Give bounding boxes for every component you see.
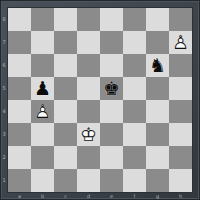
square-g2[interactable] bbox=[146, 146, 169, 169]
square-f8[interactable] bbox=[123, 8, 146, 31]
board-frame: ♟♙♞♟♚♟♙♚♔ 87654321 abcdefgh bbox=[0, 0, 200, 200]
square-c1[interactable] bbox=[54, 169, 77, 192]
rank-label-2: 2 bbox=[0, 146, 8, 169]
square-e5[interactable]: ♚ bbox=[100, 77, 123, 100]
rank-label-7: 7 bbox=[0, 31, 8, 54]
square-b6[interactable] bbox=[31, 54, 54, 77]
square-b8[interactable] bbox=[31, 8, 54, 31]
square-b4[interactable]: ♟♙ bbox=[31, 100, 54, 123]
square-c4[interactable] bbox=[54, 100, 77, 123]
white-pawn-outline-glyph: ♙ bbox=[31, 100, 54, 123]
file-label-h: h bbox=[169, 192, 192, 200]
square-f4[interactable] bbox=[123, 100, 146, 123]
square-h8[interactable] bbox=[169, 8, 192, 31]
square-d8[interactable] bbox=[77, 8, 100, 31]
square-h2[interactable] bbox=[169, 146, 192, 169]
black-king[interactable]: ♚ bbox=[100, 77, 123, 100]
square-d2[interactable] bbox=[77, 146, 100, 169]
square-g6[interactable]: ♞ bbox=[146, 54, 169, 77]
square-c6[interactable] bbox=[54, 54, 77, 77]
square-g7[interactable] bbox=[146, 31, 169, 54]
square-b3[interactable] bbox=[31, 123, 54, 146]
file-label-c: c bbox=[54, 192, 77, 200]
black-pawn[interactable]: ♟ bbox=[31, 77, 54, 100]
square-g3[interactable] bbox=[146, 123, 169, 146]
square-h7[interactable]: ♟♙ bbox=[169, 31, 192, 54]
square-c3[interactable] bbox=[54, 123, 77, 146]
square-e1[interactable] bbox=[100, 169, 123, 192]
square-a2[interactable] bbox=[8, 146, 31, 169]
square-a4[interactable] bbox=[8, 100, 31, 123]
square-f3[interactable] bbox=[123, 123, 146, 146]
square-a1[interactable] bbox=[8, 169, 31, 192]
square-h1[interactable] bbox=[169, 169, 192, 192]
rank-label-5: 5 bbox=[0, 77, 8, 100]
black-king-glyph: ♚ bbox=[100, 77, 123, 100]
square-f7[interactable] bbox=[123, 31, 146, 54]
square-c8[interactable] bbox=[54, 8, 77, 31]
white-king-outline-glyph: ♔ bbox=[77, 123, 100, 146]
square-a7[interactable] bbox=[8, 31, 31, 54]
square-a3[interactable] bbox=[8, 123, 31, 146]
square-d3[interactable]: ♚♔ bbox=[77, 123, 100, 146]
rank-label-3: 3 bbox=[0, 123, 8, 146]
square-e6[interactable] bbox=[100, 54, 123, 77]
square-a5[interactable] bbox=[8, 77, 31, 100]
square-f5[interactable] bbox=[123, 77, 146, 100]
file-label-a: a bbox=[8, 192, 31, 200]
file-label-b: b bbox=[31, 192, 54, 200]
file-label-g: g bbox=[146, 192, 169, 200]
white-pawn[interactable]: ♟♙ bbox=[31, 100, 54, 123]
white-pawn[interactable]: ♟♙ bbox=[169, 31, 192, 54]
rank-label-4: 4 bbox=[0, 100, 8, 123]
rank-label-1: 1 bbox=[0, 169, 8, 192]
square-a6[interactable] bbox=[8, 54, 31, 77]
square-h6[interactable] bbox=[169, 54, 192, 77]
file-label-e: e bbox=[100, 192, 123, 200]
square-d1[interactable] bbox=[77, 169, 100, 192]
file-label-f: f bbox=[123, 192, 146, 200]
square-e2[interactable] bbox=[100, 146, 123, 169]
square-g5[interactable] bbox=[146, 77, 169, 100]
square-b5[interactable]: ♟ bbox=[31, 77, 54, 100]
square-e4[interactable] bbox=[100, 100, 123, 123]
square-b1[interactable] bbox=[31, 169, 54, 192]
square-f2[interactable] bbox=[123, 146, 146, 169]
square-a8[interactable] bbox=[8, 8, 31, 31]
square-g1[interactable] bbox=[146, 169, 169, 192]
square-e8[interactable] bbox=[100, 8, 123, 31]
square-c7[interactable] bbox=[54, 31, 77, 54]
black-pawn-glyph: ♟ bbox=[31, 77, 54, 100]
file-label-d: d bbox=[77, 192, 100, 200]
square-h4[interactable] bbox=[169, 100, 192, 123]
square-g8[interactable] bbox=[146, 8, 169, 31]
square-h5[interactable] bbox=[169, 77, 192, 100]
square-h3[interactable] bbox=[169, 123, 192, 146]
square-d6[interactable] bbox=[77, 54, 100, 77]
square-e3[interactable] bbox=[100, 123, 123, 146]
square-c2[interactable] bbox=[54, 146, 77, 169]
square-b7[interactable] bbox=[31, 31, 54, 54]
square-d7[interactable] bbox=[77, 31, 100, 54]
chess-board: ♟♙♞♟♚♟♙♚♔ bbox=[8, 8, 192, 192]
rank-label-6: 6 bbox=[0, 54, 8, 77]
square-d4[interactable] bbox=[77, 100, 100, 123]
black-knight[interactable]: ♞ bbox=[146, 54, 169, 77]
square-f1[interactable] bbox=[123, 169, 146, 192]
square-b2[interactable] bbox=[31, 146, 54, 169]
rank-label-8: 8 bbox=[0, 8, 8, 31]
square-e7[interactable] bbox=[100, 31, 123, 54]
square-f6[interactable] bbox=[123, 54, 146, 77]
square-d5[interactable] bbox=[77, 77, 100, 100]
black-knight-glyph: ♞ bbox=[146, 54, 169, 77]
white-king[interactable]: ♚♔ bbox=[77, 123, 100, 146]
square-g4[interactable] bbox=[146, 100, 169, 123]
white-pawn-outline-glyph: ♙ bbox=[169, 31, 192, 54]
square-c5[interactable] bbox=[54, 77, 77, 100]
